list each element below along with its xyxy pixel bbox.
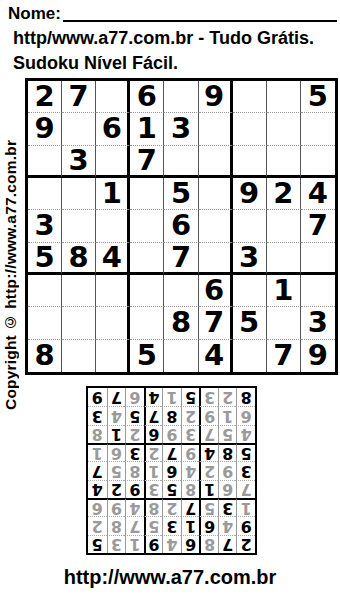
cell-r2c4[interactable]: 1 (130, 113, 164, 145)
cell-r8c9[interactable]: 3 (301, 307, 335, 339)
solution-cell-r5c8: 5 (107, 461, 126, 479)
solution-cell-r5c7: 8 (125, 461, 144, 479)
solution-cell-r3c1: 1 (236, 498, 255, 516)
solution-cell-r8c9: 3 (88, 406, 107, 424)
cell-r9c3[interactable] (96, 340, 130, 372)
cell-r1c5[interactable] (164, 81, 198, 113)
cell-r1c9[interactable]: 5 (301, 81, 335, 113)
cell-r9c8[interactable]: 7 (267, 340, 301, 372)
cell-r5c3[interactable] (96, 210, 130, 242)
cell-r7c9[interactable] (301, 275, 335, 307)
solution-cell-r9c3: 3 (199, 388, 218, 406)
cell-r1c1[interactable]: 2 (28, 81, 62, 113)
name-label: Nome: (8, 4, 61, 24)
solution-cell-r2c6: 5 (144, 516, 163, 534)
cell-r9c5[interactable] (164, 340, 198, 372)
cell-r6c8[interactable] (267, 243, 301, 275)
cell-r3c3[interactable] (96, 146, 130, 178)
solution-cell-r4c5: 5 (162, 480, 181, 498)
cell-r8c4[interactable] (130, 307, 164, 339)
solution-cell-r1c6: 9 (144, 535, 163, 553)
solution-cell-r4c1: 7 (236, 480, 255, 498)
cell-r8c1[interactable] (28, 307, 62, 339)
solution-cell-r9c6: 4 (144, 388, 163, 406)
cell-r5c8[interactable] (267, 210, 301, 242)
solution-cell-r6c7: 3 (125, 443, 144, 461)
cell-r9c4[interactable]: 5 (130, 340, 164, 372)
solution-cell-r2c9: 2 (88, 516, 107, 534)
solution-cell-r9c2: 2 (218, 388, 237, 406)
sudoku-page: Nome: http/www.a77.com.br - Tudo Grátis.… (0, 0, 340, 596)
cell-r7c7[interactable] (233, 275, 267, 307)
solution-cell-r4c6: 3 (144, 480, 163, 498)
solution-cell-r6c3: 4 (199, 443, 218, 461)
solution-cell-r2c7: 7 (125, 516, 144, 534)
solution-cell-r7c4: 3 (181, 425, 200, 443)
cell-r8c6[interactable]: 7 (199, 307, 233, 339)
site-title: http/www.a77.com.br - Tudo Grátis. (13, 28, 314, 49)
cell-r4c4[interactable] (130, 178, 164, 210)
solution-cell-r6c5: 7 (162, 443, 181, 461)
solution-cell-r7c3: 7 (199, 425, 218, 443)
cell-r7c6[interactable]: 6 (199, 275, 233, 307)
cell-r7c8[interactable]: 1 (267, 275, 301, 307)
cell-r8c3[interactable] (96, 307, 130, 339)
solution-cell-r1c9: 5 (88, 535, 107, 553)
solution-cell-r6c9: 1 (88, 443, 107, 461)
cell-r6c4[interactable] (130, 243, 164, 275)
cell-r6c3[interactable]: 4 (96, 243, 130, 275)
cell-r7c4[interactable] (130, 275, 164, 307)
cell-r4c7[interactable]: 9 (233, 178, 267, 210)
solution-cell-r8c1: 6 (236, 406, 255, 424)
cell-r5c4[interactable] (130, 210, 164, 242)
cell-r5c9[interactable]: 7 (301, 210, 335, 242)
solution-cell-r7c8: 1 (107, 425, 126, 443)
solution-cell-r4c3: 1 (199, 480, 218, 498)
solution-cell-r3c7: 4 (125, 498, 144, 516)
solution-cell-r7c7: 2 (125, 425, 144, 443)
cell-r6c1[interactable]: 5 (28, 243, 62, 275)
cell-r2c2[interactable] (62, 113, 96, 145)
solution-cell-r4c9: 4 (88, 480, 107, 498)
cell-r7c2[interactable] (62, 275, 96, 307)
cell-r2c7[interactable] (233, 113, 267, 145)
difficulty-title: Sudoku Nível Fácil. (13, 53, 178, 74)
solution-cell-r6c8: 6 (107, 443, 126, 461)
solution-cell-r5c1: 3 (236, 461, 255, 479)
cell-r1c3[interactable] (96, 81, 130, 113)
cell-r4c8[interactable]: 2 (267, 178, 301, 210)
solution-cell-r9c9: 9 (88, 388, 107, 406)
cell-r6c2[interactable]: 8 (62, 243, 96, 275)
solution-cell-r5c9: 7 (88, 461, 107, 479)
cell-r2c6[interactable] (199, 113, 233, 145)
cell-r4c6[interactable] (199, 178, 233, 210)
solution-cell-r8c2: 1 (218, 406, 237, 424)
cell-r6c5[interactable]: 7 (164, 243, 198, 275)
solution-cell-r8c8: 4 (107, 406, 126, 424)
cell-r7c3[interactable] (96, 275, 130, 307)
solution-cell-r2c8: 8 (107, 516, 126, 534)
solution-cell-r7c2: 5 (218, 425, 237, 443)
solution-cell-r4c8: 2 (107, 480, 126, 498)
cell-r5c2[interactable] (62, 210, 96, 242)
solution-board-rotated: 2786491359461357821357284967618539243924… (86, 386, 257, 555)
solution-cell-r8c4: 2 (181, 406, 200, 424)
solution-cell-r5c3: 2 (199, 461, 218, 479)
copyright-vertical-text: Copyright © http://www.a77.com.br (1, 82, 21, 467)
solution-cell-r7c6: 6 (144, 425, 163, 443)
solution-cell-r4c2: 6 (218, 480, 237, 498)
solution-cell-r3c2: 3 (218, 498, 237, 516)
cell-r9c1[interactable]: 8 (28, 340, 62, 372)
solution-cell-r9c5: 1 (162, 388, 181, 406)
solution-cell-r1c5: 4 (162, 535, 181, 553)
cell-r6c6[interactable] (199, 243, 233, 275)
cell-r8c2[interactable] (62, 307, 96, 339)
cell-r4c2[interactable] (62, 178, 96, 210)
solution-cell-r3c3: 5 (199, 498, 218, 516)
solution-cell-r3c6: 8 (144, 498, 163, 516)
cell-r1c2[interactable]: 7 (62, 81, 96, 113)
cell-r6c7[interactable]: 3 (233, 243, 267, 275)
cell-r5c1[interactable]: 3 (28, 210, 62, 242)
solution-cell-r2c5: 3 (162, 516, 181, 534)
solution-cell-r5c4: 4 (181, 461, 200, 479)
cell-r4c5[interactable]: 5 (164, 178, 198, 210)
cell-r7c5[interactable] (164, 275, 198, 307)
solution-cell-r3c8: 9 (107, 498, 126, 516)
solution-cell-r1c2: 7 (218, 535, 237, 553)
cell-r8c8[interactable] (267, 307, 301, 339)
cell-r4c1[interactable] (28, 178, 62, 210)
cell-r1c8[interactable] (267, 81, 301, 113)
cell-r3c7[interactable] (233, 146, 267, 178)
solution-cell-r3c9: 6 (88, 498, 107, 516)
solution-cell-r1c3: 8 (199, 535, 218, 553)
solution-cell-r4c4: 8 (181, 480, 200, 498)
cell-r9c6[interactable]: 4 (199, 340, 233, 372)
cell-r2c3[interactable]: 6 (96, 113, 130, 145)
cell-r3c6[interactable] (199, 146, 233, 178)
cell-r9c7[interactable] (233, 340, 267, 372)
solution-cell-r9c4: 5 (181, 388, 200, 406)
sudoku-board: 27695961337159243675847361875385479 (25, 78, 338, 375)
solution-cell-r1c7: 1 (125, 535, 144, 553)
solution-cell-r9c1: 8 (236, 388, 255, 406)
solution-cell-r1c1: 2 (236, 535, 255, 553)
cell-r8c5[interactable]: 8 (164, 307, 198, 339)
solution-cell-r3c5: 2 (162, 498, 181, 516)
solution-cell-r6c2: 8 (218, 443, 237, 461)
cell-r1c7[interactable] (233, 81, 267, 113)
solution-cell-r5c5: 6 (162, 461, 181, 479)
solution-cell-r6c1: 5 (236, 443, 255, 461)
solution-cell-r2c4: 1 (181, 516, 200, 534)
name-blank-line (63, 20, 337, 22)
solution-cell-r2c3: 6 (199, 516, 218, 534)
solution-cell-r3c4: 7 (181, 498, 200, 516)
solution-cell-r6c6: 2 (144, 443, 163, 461)
footer-url: http://www.a77.com.br (0, 566, 340, 589)
cell-r3c4[interactable]: 7 (130, 146, 164, 178)
cell-r5c5[interactable]: 6 (164, 210, 198, 242)
cell-r1c6[interactable]: 9 (199, 81, 233, 113)
solution-cell-r8c5: 8 (162, 406, 181, 424)
cell-r3c2[interactable]: 3 (62, 146, 96, 178)
solution-cell-r7c5: 9 (162, 425, 181, 443)
cell-r9c2[interactable] (62, 340, 96, 372)
name-row: Nome: (8, 4, 337, 24)
cell-r3c8[interactable] (267, 146, 301, 178)
cell-r2c9[interactable] (301, 113, 335, 145)
solution-cell-r7c1: 4 (236, 425, 255, 443)
cell-r5c6[interactable] (199, 210, 233, 242)
solution-cell-r4c7: 9 (125, 480, 144, 498)
solution-cell-r8c6: 7 (144, 406, 163, 424)
solution-cell-r6c4: 9 (181, 443, 200, 461)
solution-cell-r1c8: 3 (107, 535, 126, 553)
cell-r3c5[interactable] (164, 146, 198, 178)
cell-r4c9[interactable]: 4 (301, 178, 335, 210)
solution-cell-r9c7: 6 (125, 388, 144, 406)
cell-r2c1[interactable]: 9 (28, 113, 62, 145)
solution-cell-r7c9: 8 (88, 425, 107, 443)
solution-cell-r9c8: 7 (107, 388, 126, 406)
cell-r5c7[interactable] (233, 210, 267, 242)
cell-r3c9[interactable] (301, 146, 335, 178)
cell-r4c3[interactable]: 1 (96, 178, 130, 210)
cell-r7c1[interactable] (28, 275, 62, 307)
cell-r6c9[interactable] (301, 243, 335, 275)
cell-r2c5[interactable]: 3 (164, 113, 198, 145)
cell-r1c4[interactable]: 6 (130, 81, 164, 113)
solution-cell-r1c4: 6 (181, 535, 200, 553)
solution-cell-r8c7: 5 (125, 406, 144, 424)
cell-r8c7[interactable]: 5 (233, 307, 267, 339)
cell-r2c8[interactable] (267, 113, 301, 145)
cell-r9c9[interactable]: 9 (301, 340, 335, 372)
cell-r3c1[interactable] (28, 146, 62, 178)
solution-cell-r5c2: 9 (218, 461, 237, 479)
solution-cell-r2c1: 9 (236, 516, 255, 534)
solution-cell-r5c6: 1 (144, 461, 163, 479)
solution-cell-r2c2: 4 (218, 516, 237, 534)
solution-cell-r8c3: 9 (199, 406, 218, 424)
